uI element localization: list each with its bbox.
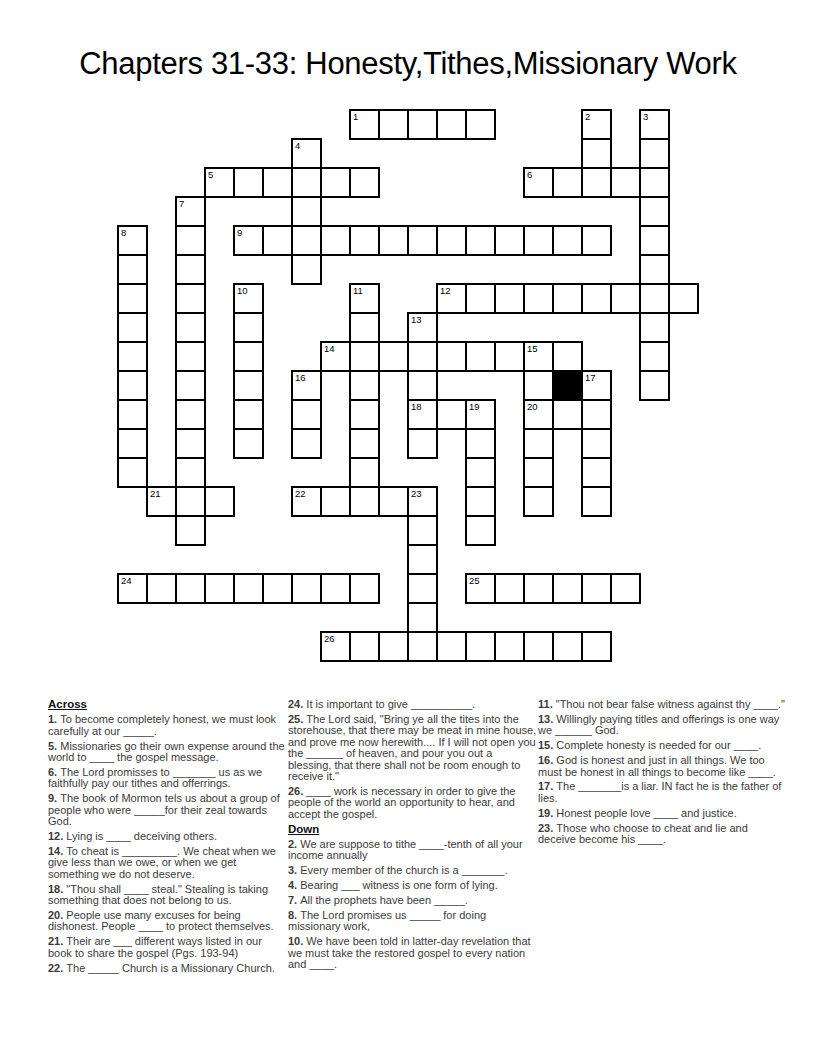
grid-cell-r12c8[interactable] — [349, 457, 380, 488]
grid-cell-r11c16[interactable] — [581, 428, 612, 459]
clue-column-left: Across1. To become completely honest, we… — [48, 699, 285, 978]
grid-cell-r13c2[interactable] — [175, 486, 206, 517]
grid-cell-r10c16[interactable] — [581, 399, 612, 430]
cell-number-18: 18 — [411, 401, 422, 412]
grid-cell-r7c8[interactable] — [349, 312, 380, 343]
cell-number-13: 13 — [411, 314, 422, 325]
grid-cell-r4c12[interactable] — [465, 225, 496, 256]
clue-number: 6. — [48, 766, 60, 778]
grid-cell-r2c5[interactable] — [262, 167, 293, 198]
grid-cell-r18c9[interactable] — [378, 631, 409, 662]
grid-cell-r7c10[interactable]: 13 — [407, 312, 438, 343]
cell-number-8: 8 — [121, 227, 126, 238]
across-header: Across — [48, 699, 285, 710]
cell-number-20: 20 — [527, 401, 538, 412]
grid-cell-r7c18[interactable] — [639, 312, 670, 343]
grid-cell-r14c2[interactable] — [175, 515, 206, 546]
grid-cell-r16c5[interactable] — [262, 573, 293, 604]
clue-across-24: 24. It is important to give __________. — [288, 699, 537, 710]
grid-cell-r10c8[interactable] — [349, 399, 380, 430]
grid-cell-r4c5[interactable] — [262, 225, 293, 256]
grid-cell-r9c4[interactable] — [233, 370, 264, 401]
grid-cell-r6c15[interactable] — [552, 283, 583, 314]
cell-number-12: 12 — [440, 285, 451, 296]
grid-cell-r16c6[interactable] — [291, 573, 322, 604]
grid-cell-r5c2[interactable] — [175, 254, 206, 285]
clue-number: 19. — [538, 807, 556, 819]
grid-cell-r9c10[interactable] — [407, 370, 438, 401]
clue-number: 10. — [288, 935, 306, 947]
grid-cell-r4c2[interactable] — [175, 225, 206, 256]
clue-down-23: 23. Those who choose to cheat and lie an… — [538, 823, 785, 846]
grid-cell-r8c4[interactable] — [233, 341, 264, 372]
grid-cell-r11c4[interactable] — [233, 428, 264, 459]
clue-number: 1. — [48, 713, 60, 725]
clue-number: 18. — [48, 883, 66, 895]
clue-number: 7. — [288, 894, 300, 906]
grid-cell-r16c12[interactable]: 25 — [465, 573, 496, 604]
grid-cell-r6c19[interactable] — [668, 283, 699, 314]
cell-number-16: 16 — [295, 372, 306, 383]
clue-number: 2. — [288, 838, 300, 850]
clue-number: 3. — [288, 864, 300, 876]
grid-cell-r11c8[interactable] — [349, 428, 380, 459]
clue-column-middle: 24. It is important to give __________.2… — [288, 699, 537, 974]
grid-cell-r6c11[interactable]: 12 — [436, 283, 467, 314]
grid-cell-r6c4[interactable]: 10 — [233, 283, 264, 314]
grid-cell-r12c14[interactable] — [523, 457, 554, 488]
clue-across-22: 22. The _____ Church is a Missionary Chu… — [48, 963, 285, 974]
clue-down-17: 17. The _______is a liar. IN fact he is … — [538, 781, 785, 804]
clue-down-10: 10. We have been told in latter-day reve… — [288, 936, 537, 970]
grid-cell-r16c15[interactable] — [552, 573, 583, 604]
clue-number: 24. — [288, 698, 306, 710]
grid-cell-r8c7[interactable]: 14 — [320, 341, 351, 372]
grid-cell-r18c12[interactable] — [465, 631, 496, 662]
grid-cell-r16c16[interactable] — [581, 573, 612, 604]
grid-cell-r4c10[interactable] — [407, 225, 438, 256]
cell-number-3: 3 — [643, 111, 648, 122]
grid-cell-r6c2[interactable] — [175, 283, 206, 314]
clue-down-3: 3. Every member of the church is a _____… — [288, 865, 537, 876]
clue-across-14: 14. To cheat is _________. We cheat when… — [48, 846, 285, 880]
clue-across-20: 20. People use many excuses for being di… — [48, 910, 285, 933]
grid-cell-r18c11[interactable] — [436, 631, 467, 662]
clue-down-19: 19. Honest people love ____ and justice. — [538, 808, 785, 819]
clue-number: 26. — [288, 785, 306, 797]
clue-number: 22. — [48, 962, 66, 974]
grid-cell-r6c12[interactable] — [465, 283, 496, 314]
cell-number-24: 24 — [121, 575, 132, 586]
grid-cell-r4c9[interactable] — [378, 225, 409, 256]
grid-cell-r2c18[interactable] — [639, 167, 670, 198]
grid-cell-r8c11[interactable] — [436, 341, 467, 372]
grid-cell-r8c15[interactable] — [552, 341, 583, 372]
grid-cell-r9c16[interactable]: 17 — [581, 370, 612, 401]
clue-across-9: 9. The book of Mormon tels us about a gr… — [48, 793, 285, 827]
grid-cell-r4c13[interactable] — [494, 225, 525, 256]
clue-down-7: 7. All the prophets have been _____. — [288, 895, 537, 906]
cell-number-11: 11 — [353, 285, 363, 296]
grid-cell-r18c10[interactable] — [407, 631, 438, 662]
clue-column-right: 11. "Thou not bear false witness against… — [538, 699, 785, 849]
grid-cell-r16c13[interactable] — [494, 573, 525, 604]
grid-cell-r16c10[interactable] — [407, 573, 438, 604]
grid-cell-r16c0[interactable]: 24 — [117, 573, 148, 604]
grid-cell-r2c4[interactable] — [233, 167, 264, 198]
clue-across-6: 6. The Lord promisses to _______ us as w… — [48, 767, 285, 790]
cell-number-2: 2 — [585, 111, 590, 122]
grid-cell-r13c8[interactable] — [349, 486, 380, 517]
grid-cell-r10c10[interactable]: 18 — [407, 399, 438, 430]
grid-cell-r2c6[interactable] — [291, 167, 322, 198]
grid-cell-r11c14[interactable] — [523, 428, 554, 459]
grid-cell-r0c11[interactable] — [436, 109, 467, 140]
black-cell — [552, 370, 583, 401]
clue-number: 4. — [288, 879, 300, 891]
grid-cell-r9c6[interactable]: 16 — [291, 370, 322, 401]
grid-cell-r2c8[interactable] — [349, 167, 380, 198]
grid-cell-r4c14[interactable] — [523, 225, 554, 256]
grid-cell-r0c9[interactable] — [378, 109, 409, 140]
grid-cell-r0c16[interactable]: 2 — [581, 109, 612, 140]
grid-cell-r2c14[interactable]: 6 — [523, 167, 554, 198]
grid-cell-r12c16[interactable] — [581, 457, 612, 488]
grid-cell-r11c6[interactable] — [291, 428, 322, 459]
grid-cell-r2c7[interactable] — [320, 167, 351, 198]
grid-cell-r15c10[interactable] — [407, 544, 438, 575]
clue-number: 21. — [48, 935, 66, 947]
grid-cell-r4c4[interactable]: 9 — [233, 225, 264, 256]
grid-cell-r0c18[interactable]: 3 — [639, 109, 670, 140]
grid-cell-r4c11[interactable] — [436, 225, 467, 256]
clue-down-11: 11. "Thou not bear false witness against… — [538, 699, 785, 710]
grid-cell-r13c3[interactable] — [204, 486, 235, 517]
grid-cell-r7c4[interactable] — [233, 312, 264, 343]
clue-across-21: 21. Their are ___ different ways listed … — [48, 936, 285, 959]
clue-down-13: 13. Willingly paying titles and offering… — [538, 714, 785, 737]
cell-number-1: 1 — [353, 111, 358, 122]
grid-cell-r4c8[interactable] — [349, 225, 380, 256]
grid-cell-r3c2[interactable]: 7 — [175, 196, 206, 227]
grid-cell-r6c16[interactable] — [581, 283, 612, 314]
grid-cell-r16c17[interactable] — [610, 573, 641, 604]
page-title: Chapters 31-33: Honesty,Tithes,Missionar… — [0, 46, 816, 82]
grid-cell-r17c10[interactable] — [407, 602, 438, 633]
grid-cell-r9c0[interactable] — [117, 370, 148, 401]
grid-cell-r13c9[interactable] — [378, 486, 409, 517]
clue-number: 8. — [288, 909, 300, 921]
grid-cell-r6c0[interactable] — [117, 283, 148, 314]
grid-cell-r2c17[interactable] — [610, 167, 641, 198]
grid-cell-r4c0[interactable]: 8 — [117, 225, 148, 256]
cell-number-14: 14 — [324, 343, 335, 354]
clue-down-15: 15. Complete honesty is needed for our _… — [538, 740, 785, 751]
grid-cell-r10c15[interactable] — [552, 399, 583, 430]
grid-cell-r0c10[interactable] — [407, 109, 438, 140]
grid-cell-r4c7[interactable] — [320, 225, 351, 256]
grid-cell-r13c14[interactable] — [523, 486, 554, 517]
cell-number-6: 6 — [527, 169, 532, 180]
grid-cell-r8c10[interactable] — [407, 341, 438, 372]
cell-number-5: 5 — [208, 169, 213, 180]
grid-cell-r1c16[interactable] — [581, 138, 612, 169]
cell-number-15: 15 — [527, 343, 538, 354]
grid-cell-r8c9[interactable] — [378, 341, 409, 372]
grid-cell-r16c8[interactable] — [349, 573, 380, 604]
grid-cell-r12c0[interactable] — [117, 457, 148, 488]
down-header: Down — [288, 824, 537, 835]
grid-cell-r0c12[interactable] — [465, 109, 496, 140]
grid-cell-r8c13[interactable] — [494, 341, 525, 372]
cell-number-23: 23 — [411, 488, 422, 499]
cell-number-26: 26 — [324, 633, 335, 644]
grid-cell-r10c0[interactable] — [117, 399, 148, 430]
clue-number: 23. — [538, 822, 556, 834]
clue-down-8: 8. The Lord promises us _____ for doing … — [288, 910, 537, 933]
grid-cell-r16c3[interactable] — [204, 573, 235, 604]
clue-across-12: 12. Lying is ____ deceiving others. — [48, 831, 285, 842]
grid-cell-r10c6[interactable] — [291, 399, 322, 430]
grid-cell-r5c18[interactable] — [639, 254, 670, 285]
grid-cell-r6c14[interactable] — [523, 283, 554, 314]
clue-number: 11. — [538, 698, 556, 710]
grid-cell-r6c8[interactable]: 11 — [349, 283, 380, 314]
clue-number: 15. — [538, 739, 556, 751]
grid-cell-r13c1[interactable]: 21 — [146, 486, 177, 517]
grid-cell-r12c12[interactable] — [465, 457, 496, 488]
grid-cell-r16c7[interactable] — [320, 573, 351, 604]
cell-number-17: 17 — [585, 372, 596, 383]
clue-number: 25. — [288, 713, 306, 725]
grid-cell-r8c12[interactable] — [465, 341, 496, 372]
grid-cell-r16c1[interactable] — [146, 573, 177, 604]
cell-number-4: 4 — [295, 140, 300, 151]
grid-cell-r4c18[interactable] — [639, 225, 670, 256]
grid-cell-r7c0[interactable] — [117, 312, 148, 343]
clue-number: 5. — [48, 740, 60, 752]
grid-cell-r13c7[interactable] — [320, 486, 351, 517]
grid-cell-r8c2[interactable] — [175, 341, 206, 372]
grid-cell-r11c10[interactable] — [407, 428, 438, 459]
grid-cell-r10c2[interactable] — [175, 399, 206, 430]
grid-cell-r18c7[interactable]: 26 — [320, 631, 351, 662]
grid-cell-r14c12[interactable] — [465, 515, 496, 546]
grid-cell-r18c16[interactable] — [581, 631, 612, 662]
grid-cell-r10c11[interactable] — [436, 399, 467, 430]
grid-cell-r11c2[interactable] — [175, 428, 206, 459]
grid-cell-r9c2[interactable] — [175, 370, 206, 401]
crossword-grid: 1234567891011121314151617181920212223242… — [117, 109, 699, 662]
grid-cell-r13c6[interactable]: 22 — [291, 486, 322, 517]
grid-cell-r2c3[interactable]: 5 — [204, 167, 235, 198]
grid-cell-r2c15[interactable] — [552, 167, 583, 198]
clue-number: 17. — [538, 780, 556, 792]
grid-cell-r13c16[interactable] — [581, 486, 612, 517]
grid-cell-r13c10[interactable]: 23 — [407, 486, 438, 517]
clue-number: 20. — [48, 909, 66, 921]
clue-down-2: 2. We are suppose to tithe ____-tenth of… — [288, 839, 537, 862]
grid-cell-r3c6[interactable] — [291, 196, 322, 227]
grid-cell-r18c8[interactable] — [349, 631, 380, 662]
grid-cell-r16c4[interactable] — [233, 573, 264, 604]
grid-cell-r9c8[interactable] — [349, 370, 380, 401]
clue-number: 16. — [538, 754, 556, 766]
grid-cell-r5c6[interactable] — [291, 254, 322, 285]
grid-cell-r8c0[interactable] — [117, 341, 148, 372]
clue-across-1: 1. To become completely honest, we must … — [48, 714, 285, 737]
grid-cell-r11c0[interactable] — [117, 428, 148, 459]
grid-cell-r10c4[interactable] — [233, 399, 264, 430]
grid-cell-r4c6[interactable] — [291, 225, 322, 256]
cell-number-10: 10 — [237, 285, 248, 296]
grid-cell-r6c18[interactable] — [639, 283, 670, 314]
clue-across-25: 25. The Lord said, "Bring ye all the tit… — [288, 714, 537, 782]
clue-number: 14. — [48, 845, 66, 857]
clue-across-5: 5. Missionaries go their own expense aro… — [48, 741, 285, 764]
cell-number-9: 9 — [237, 227, 242, 238]
grid-cell-r18c15[interactable] — [552, 631, 583, 662]
grid-cell-r10c14[interactable]: 20 — [523, 399, 554, 430]
grid-cell-r16c14[interactable] — [523, 573, 554, 604]
clue-number: 13. — [538, 713, 556, 725]
grid-cell-r4c16[interactable] — [581, 225, 612, 256]
grid-cell-r18c14[interactable] — [523, 631, 554, 662]
grid-cell-r2c16[interactable] — [581, 167, 612, 198]
clue-number: 12. — [48, 830, 66, 842]
grid-cell-r6c17[interactable] — [610, 283, 641, 314]
grid-cell-r16c2[interactable] — [175, 573, 206, 604]
grid-cell-r10c12[interactable]: 19 — [465, 399, 496, 430]
grid-cell-r8c8[interactable] — [349, 341, 380, 372]
cell-number-21: 21 — [150, 488, 161, 499]
grid-cell-r6c13[interactable] — [494, 283, 525, 314]
grid-cell-r4c15[interactable] — [552, 225, 583, 256]
grid-cell-r9c14[interactable] — [523, 370, 554, 401]
grid-cell-r13c12[interactable] — [465, 486, 496, 517]
cell-number-19: 19 — [469, 401, 480, 412]
clue-across-18: 18. "Thou shall ____ steal." Stealing is… — [48, 884, 285, 907]
clue-down-4: 4. Bearing ___ witness is one form of ly… — [288, 880, 537, 891]
grid-cell-r5c0[interactable] — [117, 254, 148, 285]
cell-number-25: 25 — [469, 575, 480, 586]
grid-cell-r1c18[interactable] — [639, 138, 670, 169]
grid-cell-r0c8[interactable]: 1 — [349, 109, 380, 140]
clue-number: 9. — [48, 792, 60, 804]
grid-cell-r8c18[interactable] — [639, 341, 670, 372]
grid-cell-r11c12[interactable] — [465, 428, 496, 459]
grid-cell-r14c10[interactable] — [407, 515, 438, 546]
grid-cell-r3c18[interactable] — [639, 196, 670, 227]
clue-across-26: 26. ____ work is necessary in order to g… — [288, 786, 537, 820]
grid-cell-r18c13[interactable] — [494, 631, 525, 662]
cell-number-22: 22 — [295, 488, 306, 499]
grid-cell-r8c14[interactable]: 15 — [523, 341, 554, 372]
grid-cell-r7c2[interactable] — [175, 312, 206, 343]
cell-number-7: 7 — [179, 198, 184, 209]
clue-down-16: 16. God is honest and just in all things… — [538, 755, 785, 778]
grid-cell-r9c18[interactable] — [639, 370, 670, 401]
grid-cell-r1c6[interactable]: 4 — [291, 138, 322, 169]
grid-cell-r12c2[interactable] — [175, 457, 206, 488]
